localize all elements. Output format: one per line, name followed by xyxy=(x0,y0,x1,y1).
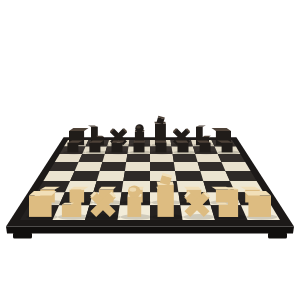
square-e6 xyxy=(150,154,174,162)
square-g5 xyxy=(198,162,226,171)
chessboard-svg xyxy=(0,0,300,300)
square-g4 xyxy=(200,171,230,181)
board-foot-right xyxy=(268,233,287,239)
square-d6 xyxy=(126,154,150,162)
square-c4 xyxy=(97,171,125,181)
board-foot-left xyxy=(13,233,32,239)
square-c6 xyxy=(102,154,127,162)
square-g6 xyxy=(195,154,221,162)
square-e5 xyxy=(150,162,175,171)
board-side-edge xyxy=(6,227,294,234)
square-f4 xyxy=(175,171,203,181)
square-d5 xyxy=(125,162,150,171)
square-f6 xyxy=(173,154,198,162)
square-d4 xyxy=(123,171,150,181)
chessboard xyxy=(0,0,300,300)
square-b5 xyxy=(75,162,103,171)
product-photo xyxy=(0,0,300,300)
square-b4 xyxy=(70,171,100,181)
square-f5 xyxy=(174,162,201,171)
square-b6 xyxy=(79,154,105,162)
square-c5 xyxy=(100,162,127,171)
